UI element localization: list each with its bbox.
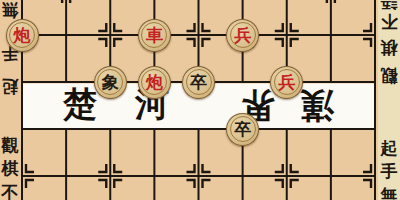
piece-char: 象 (94, 66, 127, 99)
motto-char-left-2: 棋 (0, 158, 21, 180)
motto-char-right-rot-4: 觀 (378, 64, 400, 86)
motto-char-left-rot-3: 起 (0, 75, 21, 97)
piece-char: 炮 (6, 19, 39, 52)
piece-char: 兵 (226, 19, 259, 52)
motto-char-right-rot-2: 不 (378, 10, 400, 32)
piece-char: 卒 (182, 66, 215, 99)
piece-red-soldier[interactable]: 兵 (270, 66, 303, 99)
piece-black-soldier[interactable]: 卒 (182, 66, 215, 99)
piece-char: 車 (138, 19, 171, 52)
motto-char-left-3: 不 (0, 182, 21, 200)
piece-black-elephant[interactable]: 象 (94, 66, 127, 99)
piece-char: 卒 (226, 113, 259, 146)
piece-red-chariot[interactable]: 車 (138, 19, 171, 52)
piece-char: 炮 (138, 66, 171, 99)
motto-char-right-1: 起 (378, 138, 400, 160)
piece-black-soldier[interactable]: 卒 (226, 113, 259, 146)
motto-char-right-3: 無 (378, 185, 400, 200)
piece-red-cannon[interactable]: 炮 (6, 19, 39, 52)
motto-char-right-2: 手 (378, 161, 400, 183)
piece-char: 兵 (270, 66, 303, 99)
piece-red-soldier[interactable]: 兵 (226, 19, 259, 52)
motto-char-left-1: 觀 (0, 135, 21, 157)
xiangqi-board: 楚 河 界 漢 無 手 起 觀 棋 不 語 不 棋 觀 起 手 無 炮車兵象炮卒… (0, 0, 400, 200)
motto-char-right-rot-3: 棋 (378, 36, 400, 58)
piece-red-cannon[interactable]: 炮 (138, 66, 171, 99)
